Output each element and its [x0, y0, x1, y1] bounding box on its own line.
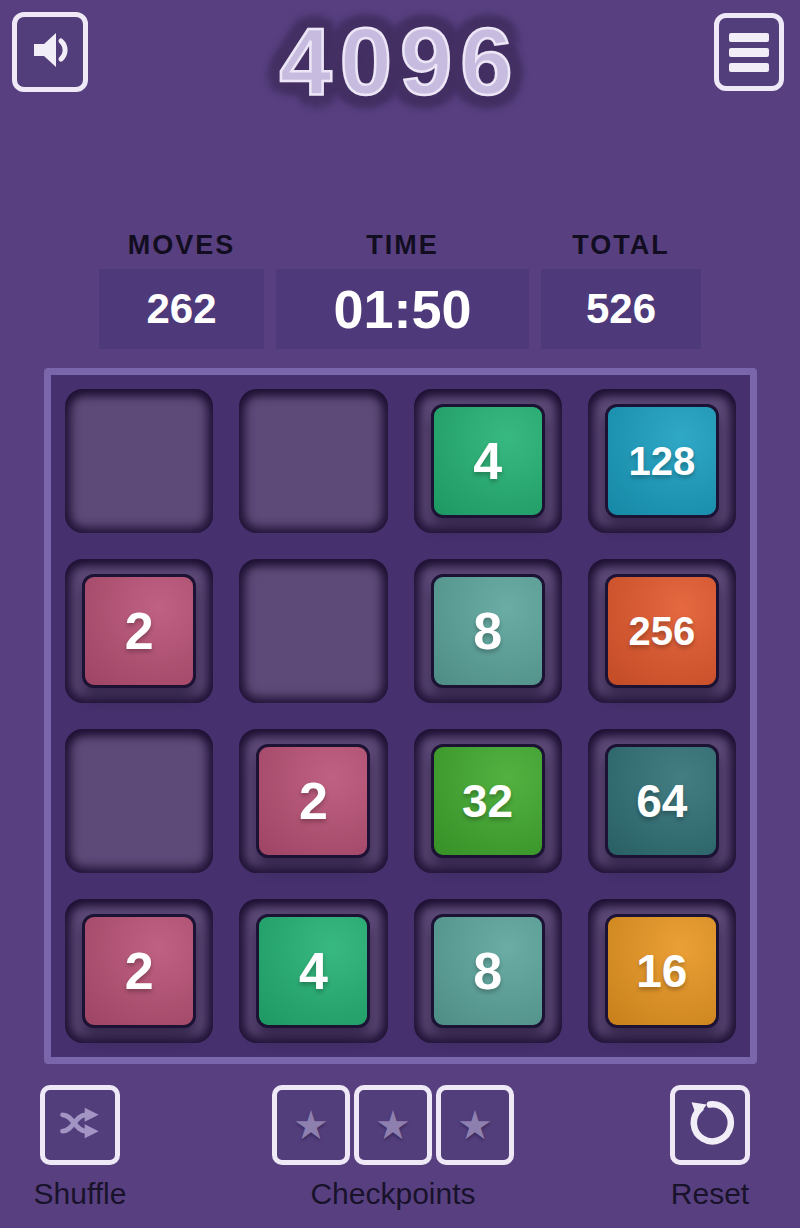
cell-r1c3: 4 [414, 389, 562, 533]
cell-r2c3: 8 [414, 559, 562, 703]
cell-r1c4: 128 [588, 389, 736, 533]
total-label: TOTAL [572, 230, 670, 261]
shuffle-icon [56, 1102, 104, 1148]
tile-4: 4 [256, 914, 370, 1028]
cell-r2c4: 256 [588, 559, 736, 703]
cell-r4c3: 8 [414, 899, 562, 1043]
tile-2: 2 [256, 744, 370, 858]
cell-r3c3: 32 [414, 729, 562, 873]
reset-button[interactable] [670, 1085, 750, 1165]
cell-r3c1 [65, 729, 213, 873]
tile-2: 2 [82, 914, 196, 1028]
checkpoints-label: Checkpoints [310, 1177, 475, 1211]
stat-total: TOTAL 526 [541, 230, 701, 349]
cell-r3c4: 64 [588, 729, 736, 873]
tile-8: 8 [431, 574, 545, 688]
star-icon: ★ [293, 1105, 329, 1145]
checkpoints-control: ★★★ Checkpoints [272, 1085, 514, 1211]
bottom-controls: Shuffle ★★★ Checkpoints Reset [0, 1085, 800, 1215]
moves-label: MOVES [128, 230, 236, 261]
game-page: 4096 MOVES 262 TIME 01:50 TOTAL 526 4128… [0, 0, 800, 1228]
tile-4: 4 [431, 404, 545, 518]
board-grid[interactable]: 4128282562326424816 [44, 368, 757, 1064]
checkpoint-button-3[interactable]: ★ [436, 1085, 514, 1165]
cell-r2c1: 2 [65, 559, 213, 703]
tile-8: 8 [431, 914, 545, 1028]
menu-icon [729, 33, 769, 72]
time-value: 01:50 [276, 269, 529, 349]
checkpoint-button-1[interactable]: ★ [272, 1085, 350, 1165]
tile-64: 64 [605, 744, 719, 858]
shuffle-button[interactable] [40, 1085, 120, 1165]
cell-r3c2: 2 [239, 729, 387, 873]
tile-128: 128 [605, 404, 719, 518]
shuffle-control: Shuffle [29, 1085, 131, 1211]
cell-r4c4: 16 [588, 899, 736, 1043]
reset-label: Reset [671, 1177, 749, 1211]
checkpoint-button-2[interactable]: ★ [354, 1085, 432, 1165]
checkpoint-buttons: ★★★ [272, 1085, 514, 1165]
cell-r4c2: 4 [239, 899, 387, 1043]
tile-2: 2 [82, 574, 196, 688]
star-icon: ★ [375, 1105, 411, 1145]
stat-time: TIME 01:50 [276, 230, 529, 349]
reset-control: Reset [654, 1085, 766, 1211]
time-label: TIME [366, 230, 439, 261]
star-icon: ★ [457, 1105, 493, 1145]
menu-button[interactable] [714, 13, 784, 91]
shuffle-label: Shuffle [34, 1177, 127, 1211]
cell-r4c1: 2 [65, 899, 213, 1043]
tile-16: 16 [605, 914, 719, 1028]
cell-r1c2 [239, 389, 387, 533]
tile-32: 32 [431, 744, 545, 858]
total-value: 526 [541, 269, 701, 349]
page-title: 4096 [0, 8, 800, 116]
stats-bar: MOVES 262 TIME 01:50 TOTAL 526 [0, 230, 800, 349]
cell-r1c1 [65, 389, 213, 533]
cell-r2c2 [239, 559, 387, 703]
tile-256: 256 [605, 574, 719, 688]
moves-value: 262 [99, 269, 264, 349]
stat-moves: MOVES 262 [99, 230, 264, 349]
reset-icon [685, 1098, 735, 1152]
